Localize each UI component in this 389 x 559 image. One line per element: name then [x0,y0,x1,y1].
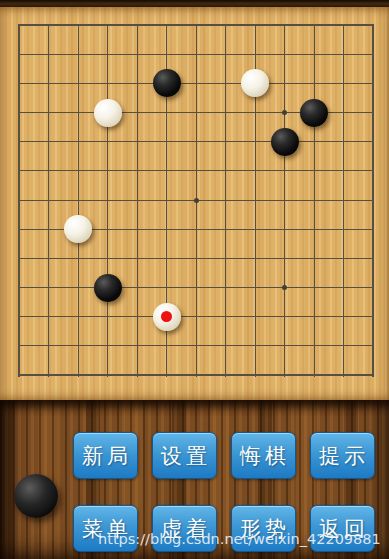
button-hint[interactable]: 提示 [310,432,375,479]
board-grid-line-vertical [18,24,20,377]
white-stone [64,215,92,243]
board-grid-line-vertical [314,24,315,377]
white-stone [94,99,122,127]
white-stone [153,303,181,331]
board-grid-line-horizontal [18,345,374,346]
board-grid-line-horizontal [18,316,374,317]
board-grid-line-vertical [284,24,285,377]
white-stone [241,69,269,97]
star-point [282,110,287,115]
board-grid-line-vertical [48,24,49,377]
board-grid-line-vertical [107,24,108,377]
button-undo[interactable]: 悔棋 [231,432,296,479]
board-grid-line-vertical [137,24,138,377]
board-grid-line-vertical [372,24,374,377]
button-new-game[interactable]: 新局 [73,432,138,479]
board-grid-line-vertical [343,24,344,377]
black-stone [94,274,122,302]
black-stone [271,128,299,156]
board-grid-line-horizontal [18,374,374,376]
turn-indicator-black-stone-icon [14,474,58,518]
black-stone [300,99,328,127]
csdn-watermark: https://blog.csdn.net/weixin_42209881 [98,531,381,547]
board-grid-line-vertical [225,24,226,377]
go-app-screen: 新局 设置 悔棋 提示 菜单 虚着 形势 返回 https://blog.csd… [0,0,389,559]
board-grid-line-horizontal [18,287,374,288]
star-point [282,285,287,290]
button-settings[interactable]: 设置 [152,432,217,479]
board-grid-line-horizontal [18,258,374,259]
last-move-marker [161,311,172,322]
black-stone [153,69,181,97]
board-grid-line-vertical [78,24,79,377]
star-point [194,198,199,203]
